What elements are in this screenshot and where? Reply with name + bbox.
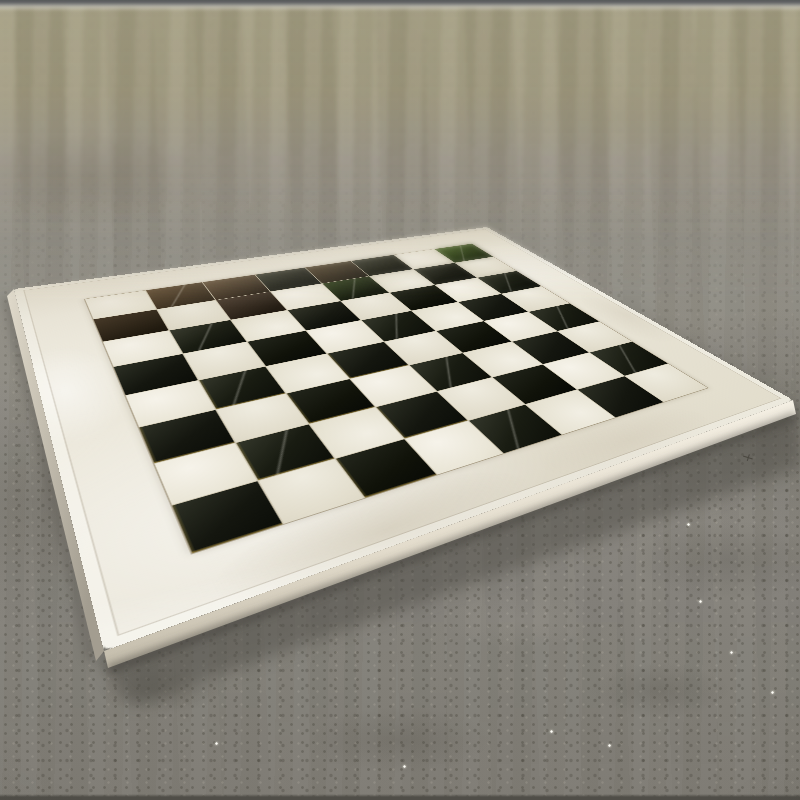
sparkle — [403, 765, 406, 768]
sparkle — [699, 600, 702, 603]
sparkle — [215, 742, 218, 745]
scene — [0, 0, 800, 800]
sparkle — [687, 523, 690, 526]
sparkle — [771, 691, 774, 694]
sparkle — [730, 651, 733, 654]
sparkle — [608, 744, 611, 747]
sparkle — [550, 730, 553, 733]
